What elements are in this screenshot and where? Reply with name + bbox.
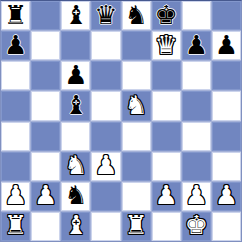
square-b7[interactable] bbox=[31, 31, 60, 60]
square-g8[interactable] bbox=[182, 1, 211, 30]
square-f8[interactable]: ♚ bbox=[152, 1, 181, 30]
square-e4[interactable] bbox=[122, 122, 151, 151]
square-b3[interactable] bbox=[31, 152, 60, 181]
square-g3[interactable] bbox=[182, 152, 211, 181]
square-d3[interactable]: ♟ bbox=[91, 152, 120, 181]
square-h3[interactable] bbox=[212, 152, 241, 181]
square-c2[interactable]: ♞ bbox=[61, 182, 90, 211]
square-a2[interactable]: ♟ bbox=[1, 182, 30, 211]
square-c7[interactable] bbox=[61, 31, 90, 60]
square-g5[interactable] bbox=[182, 91, 211, 120]
square-c5[interactable]: ♝ bbox=[61, 91, 90, 120]
square-a5[interactable] bbox=[1, 91, 30, 120]
square-e6[interactable] bbox=[122, 61, 151, 90]
square-b8[interactable] bbox=[31, 1, 60, 30]
piece-black-rook: ♜ bbox=[4, 2, 27, 28]
square-e5[interactable]: ♞ bbox=[122, 91, 151, 120]
square-f6[interactable] bbox=[152, 61, 181, 90]
square-b5[interactable] bbox=[31, 91, 60, 120]
square-g7[interactable]: ♟ bbox=[182, 31, 211, 60]
square-b1[interactable] bbox=[31, 212, 60, 241]
square-h1[interactable] bbox=[212, 212, 241, 241]
piece-black-pawn: ♟ bbox=[64, 62, 87, 88]
square-d4[interactable] bbox=[91, 122, 120, 151]
square-c6[interactable]: ♟ bbox=[61, 61, 90, 90]
piece-black-knight: ♞ bbox=[64, 182, 87, 208]
square-g2[interactable]: ♟ bbox=[182, 182, 211, 211]
piece-black-queen: ♛ bbox=[94, 2, 117, 28]
piece-black-bishop: ♝ bbox=[64, 2, 87, 28]
square-e3[interactable] bbox=[122, 152, 151, 181]
square-h4[interactable] bbox=[212, 122, 241, 151]
square-c4[interactable] bbox=[61, 122, 90, 151]
square-f2[interactable]: ♟ bbox=[152, 182, 181, 211]
square-b2[interactable]: ♟ bbox=[31, 182, 60, 211]
piece-white-pawn: ♟ bbox=[215, 182, 238, 208]
square-f7[interactable]: ♛ bbox=[152, 31, 181, 60]
square-d1[interactable] bbox=[91, 212, 120, 241]
square-c3[interactable]: ♞ bbox=[61, 152, 90, 181]
square-c8[interactable]: ♝ bbox=[61, 1, 90, 30]
square-d6[interactable] bbox=[91, 61, 120, 90]
piece-white-knight: ♞ bbox=[64, 152, 87, 178]
square-d8[interactable]: ♛ bbox=[91, 1, 120, 30]
square-a6[interactable] bbox=[1, 61, 30, 90]
square-a4[interactable] bbox=[1, 122, 30, 151]
piece-white-bishop: ♝ bbox=[64, 212, 87, 238]
square-f5[interactable] bbox=[152, 91, 181, 120]
piece-white-rook: ♜ bbox=[4, 212, 27, 238]
piece-black-knight: ♞ bbox=[124, 2, 147, 28]
square-f1[interactable] bbox=[152, 212, 181, 241]
square-a8[interactable]: ♜ bbox=[1, 1, 30, 30]
square-g4[interactable] bbox=[182, 122, 211, 151]
square-c1[interactable]: ♝ bbox=[61, 212, 90, 241]
square-h2[interactable]: ♟ bbox=[212, 182, 241, 211]
piece-white-rook: ♜ bbox=[124, 212, 147, 238]
square-f4[interactable] bbox=[152, 122, 181, 151]
chess-board: ♜♝♛♞♚♟♛♟♟♟♝♞♞♟♟♟♞♟♟♟♜♝♜♚ bbox=[0, 0, 242, 242]
square-h7[interactable]: ♟ bbox=[212, 31, 241, 60]
square-h6[interactable] bbox=[212, 61, 241, 90]
square-a7[interactable]: ♟ bbox=[1, 31, 30, 60]
square-d7[interactable] bbox=[91, 31, 120, 60]
square-a1[interactable]: ♜ bbox=[1, 212, 30, 241]
piece-white-knight: ♞ bbox=[124, 92, 147, 118]
piece-white-pawn: ♟ bbox=[94, 152, 117, 178]
square-e1[interactable]: ♜ bbox=[122, 212, 151, 241]
piece-white-pawn: ♟ bbox=[4, 182, 27, 208]
square-d2[interactable] bbox=[91, 182, 120, 211]
square-e2[interactable] bbox=[122, 182, 151, 211]
piece-black-pawn: ♟ bbox=[4, 32, 27, 58]
piece-white-pawn: ♟ bbox=[185, 182, 208, 208]
square-b4[interactable] bbox=[31, 122, 60, 151]
square-d5[interactable] bbox=[91, 91, 120, 120]
square-b6[interactable] bbox=[31, 61, 60, 90]
square-h8[interactable] bbox=[212, 1, 241, 30]
piece-black-pawn: ♟ bbox=[215, 32, 238, 58]
piece-black-bishop: ♝ bbox=[64, 92, 87, 118]
square-f3[interactable] bbox=[152, 152, 181, 181]
piece-black-king: ♚ bbox=[155, 2, 178, 28]
piece-white-king: ♚ bbox=[185, 212, 208, 238]
square-e8[interactable]: ♞ bbox=[122, 1, 151, 30]
piece-white-pawn: ♟ bbox=[34, 182, 57, 208]
square-a3[interactable] bbox=[1, 152, 30, 181]
square-e7[interactable] bbox=[122, 31, 151, 60]
piece-white-pawn: ♟ bbox=[155, 182, 178, 208]
piece-black-pawn: ♟ bbox=[185, 32, 208, 58]
square-g1[interactable]: ♚ bbox=[182, 212, 211, 241]
square-h5[interactable] bbox=[212, 91, 241, 120]
piece-white-queen: ♛ bbox=[155, 32, 178, 58]
square-g6[interactable] bbox=[182, 61, 211, 90]
